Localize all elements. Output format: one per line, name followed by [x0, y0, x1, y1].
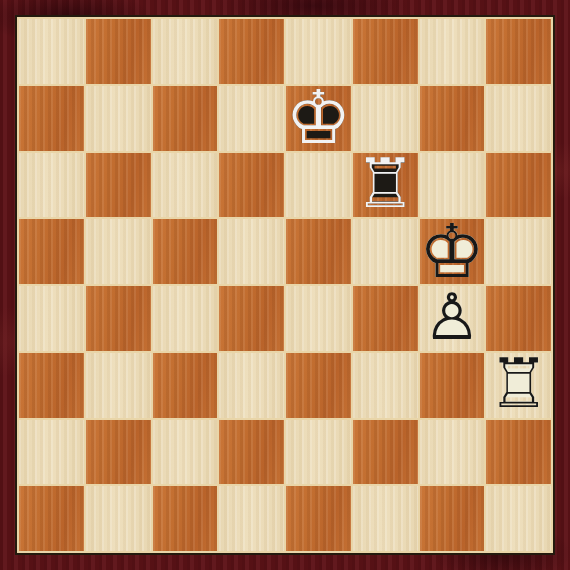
square-f7[interactable] — [353, 86, 418, 151]
square-f4[interactable] — [353, 286, 418, 351]
square-d1[interactable] — [219, 486, 284, 551]
square-f6[interactable]: ♜♖ — [353, 153, 418, 218]
square-a5[interactable] — [19, 219, 84, 284]
square-d8[interactable] — [219, 19, 284, 84]
square-g8[interactable] — [420, 19, 485, 84]
square-b6[interactable] — [86, 153, 151, 218]
square-d3[interactable] — [219, 353, 284, 418]
square-e6[interactable] — [286, 153, 351, 218]
square-h5[interactable] — [486, 219, 551, 284]
square-a7[interactable] — [19, 86, 84, 151]
square-b1[interactable] — [86, 486, 151, 551]
square-g1[interactable] — [420, 486, 485, 551]
square-c2[interactable] — [153, 420, 218, 485]
square-b3[interactable] — [86, 353, 151, 418]
square-d4[interactable] — [219, 286, 284, 351]
square-f8[interactable] — [353, 19, 418, 84]
square-f2[interactable] — [353, 420, 418, 485]
white-pawn-icon-fill: ♟ — [420, 285, 485, 350]
square-d6[interactable] — [219, 153, 284, 218]
chess-board: ♚♔♜♖♚♔♟♙♜♖ — [19, 19, 551, 551]
square-b4[interactable] — [86, 286, 151, 351]
square-a6[interactable] — [19, 153, 84, 218]
square-h7[interactable] — [486, 86, 551, 151]
square-h3[interactable]: ♜♖ — [486, 353, 551, 418]
square-f1[interactable] — [353, 486, 418, 551]
square-a2[interactable] — [19, 420, 84, 485]
square-d5[interactable] — [219, 219, 284, 284]
square-a8[interactable] — [19, 19, 84, 84]
square-h6[interactable] — [486, 153, 551, 218]
square-c7[interactable] — [153, 86, 218, 151]
black-rook-icon: ♖ — [353, 152, 418, 217]
square-b8[interactable] — [86, 19, 151, 84]
square-h8[interactable] — [486, 19, 551, 84]
white-rook-icon-fill: ♜ — [486, 352, 551, 417]
square-g5[interactable]: ♚♔ — [420, 219, 485, 284]
square-e3[interactable] — [286, 353, 351, 418]
square-e8[interactable] — [286, 19, 351, 84]
square-e5[interactable] — [286, 219, 351, 284]
square-b7[interactable] — [86, 86, 151, 151]
board-edge: ♚♔♜♖♚♔♟♙♜♖ — [15, 15, 555, 555]
white-pawn-icon: ♙ — [420, 285, 485, 350]
square-g7[interactable] — [420, 86, 485, 151]
black-king-icon: ♔ — [286, 85, 351, 150]
square-h1[interactable] — [486, 486, 551, 551]
piece-black-king[interactable]: ♚♔ — [286, 86, 351, 151]
piece-white-rook[interactable]: ♜♖ — [486, 353, 551, 418]
square-e7[interactable]: ♚♔ — [286, 86, 351, 151]
piece-black-rook[interactable]: ♜♖ — [353, 153, 418, 218]
black-rook-icon-fill: ♜ — [353, 152, 418, 217]
square-c1[interactable] — [153, 486, 218, 551]
square-a4[interactable] — [19, 286, 84, 351]
square-e2[interactable] — [286, 420, 351, 485]
square-c5[interactable] — [153, 219, 218, 284]
white-king-icon-fill: ♚ — [420, 218, 485, 283]
square-g3[interactable] — [420, 353, 485, 418]
square-c3[interactable] — [153, 353, 218, 418]
black-king-icon-fill: ♚ — [286, 85, 351, 150]
square-g2[interactable] — [420, 420, 485, 485]
square-a1[interactable] — [19, 486, 84, 551]
square-b5[interactable] — [86, 219, 151, 284]
square-b2[interactable] — [86, 420, 151, 485]
square-h4[interactable] — [486, 286, 551, 351]
square-g4[interactable]: ♟♙ — [420, 286, 485, 351]
square-d7[interactable] — [219, 86, 284, 151]
square-c4[interactable] — [153, 286, 218, 351]
square-d2[interactable] — [219, 420, 284, 485]
white-king-icon: ♔ — [420, 218, 485, 283]
square-a3[interactable] — [19, 353, 84, 418]
square-g6[interactable] — [420, 153, 485, 218]
square-e4[interactable] — [286, 286, 351, 351]
square-f3[interactable] — [353, 353, 418, 418]
white-rook-icon: ♖ — [486, 352, 551, 417]
square-e1[interactable] — [286, 486, 351, 551]
board-frame: ♚♔♜♖♚♔♟♙♜♖ — [0, 0, 570, 570]
square-c8[interactable] — [153, 19, 218, 84]
square-c6[interactable] — [153, 153, 218, 218]
square-f5[interactable] — [353, 219, 418, 284]
piece-white-pawn[interactable]: ♟♙ — [420, 286, 485, 351]
square-h2[interactable] — [486, 420, 551, 485]
piece-white-king[interactable]: ♚♔ — [420, 219, 485, 284]
